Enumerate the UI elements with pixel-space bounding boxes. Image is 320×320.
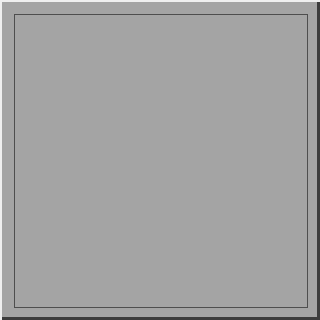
chess-diagram <box>0 0 320 320</box>
file-labels <box>14 306 306 318</box>
rank-labels <box>0 14 14 306</box>
chess-board <box>14 14 308 308</box>
